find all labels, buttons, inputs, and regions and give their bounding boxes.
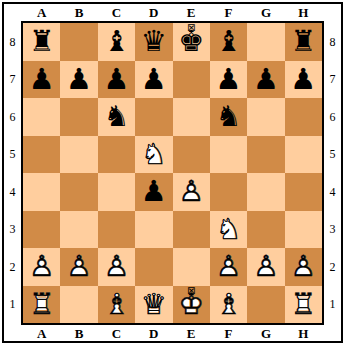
- square-f5[interactable]: [210, 136, 247, 174]
- black-piece-d7: ♟︎: [135, 61, 172, 99]
- black-piece-a8: ♜︎: [23, 23, 60, 61]
- file-label-a: A: [23, 325, 60, 341]
- white-piece-e1: ♔︎: [173, 286, 210, 324]
- square-g3[interactable]: [247, 211, 284, 249]
- black-piece-f7: ♟︎: [210, 61, 247, 99]
- black-piece-f8: ♝︎: [210, 23, 247, 61]
- square-e4[interactable]: ♟︎♙︎: [173, 173, 210, 211]
- white-k-piece-fill: ♚︎: [173, 286, 210, 324]
- square-e3[interactable]: [173, 211, 210, 249]
- square-a2[interactable]: ♟︎♙︎: [23, 248, 60, 286]
- square-c8[interactable]: ♝︎: [98, 23, 135, 61]
- file-label-e: E: [173, 4, 210, 21]
- square-g6[interactable]: [247, 98, 284, 136]
- file-label-f: F: [210, 325, 247, 341]
- file-label-d: D: [135, 325, 172, 341]
- square-a6[interactable]: [23, 98, 60, 136]
- file-label-f: F: [210, 4, 247, 21]
- king-marker-icon: ⊠: [187, 23, 195, 33]
- square-b2[interactable]: ♟︎♙︎: [60, 248, 97, 286]
- square-g8[interactable]: [247, 23, 284, 61]
- file-label-b: B: [60, 325, 97, 341]
- rank-label-2: 2: [324, 248, 341, 286]
- rank-labels-left: 87654321: [4, 21, 21, 325]
- square-c1[interactable]: ♝︎♗︎: [98, 286, 135, 324]
- square-h1[interactable]: ♜︎♖︎: [285, 286, 322, 324]
- file-label-b: B: [60, 4, 97, 21]
- white-piece-c1: ♗︎: [98, 286, 135, 324]
- square-f2[interactable]: ♟︎♙︎: [210, 248, 247, 286]
- rank-label-6: 6: [324, 98, 341, 136]
- square-f4[interactable]: [210, 173, 247, 211]
- black-piece-c6: ♞︎: [98, 98, 135, 136]
- square-b8[interactable]: [60, 23, 97, 61]
- file-labels-bottom: ABCDEFGH: [21, 325, 324, 341]
- file-label-h: H: [285, 325, 322, 341]
- white-b-piece-fill: ♝︎: [210, 286, 247, 324]
- rank-label-4: 4: [4, 173, 21, 211]
- square-a1[interactable]: ♜︎♖︎: [23, 286, 60, 324]
- black-piece-c7: ♟︎: [98, 61, 135, 99]
- square-a5[interactable]: [23, 136, 60, 174]
- square-g1[interactable]: [247, 286, 284, 324]
- square-c2[interactable]: ♟︎♙︎: [98, 248, 135, 286]
- white-p-piece-fill: ♟︎: [23, 248, 60, 286]
- rank-label-6: 6: [4, 98, 21, 136]
- white-piece-h2: ♙︎: [285, 248, 322, 286]
- white-r-piece-fill: ♜︎: [285, 286, 322, 324]
- file-label-g: G: [247, 325, 284, 341]
- square-a4[interactable]: [23, 173, 60, 211]
- white-piece-g2: ♙︎: [247, 248, 284, 286]
- rank-label-1: 1: [324, 286, 341, 324]
- white-b-piece-fill: ♝︎: [98, 286, 135, 324]
- rank-label-3: 3: [324, 211, 341, 249]
- file-label-a: A: [23, 4, 60, 21]
- square-b4[interactable]: [60, 173, 97, 211]
- black-piece-b7: ♟︎: [60, 61, 97, 99]
- white-piece-d5: ♘︎: [135, 136, 172, 174]
- file-label-g: G: [247, 4, 284, 21]
- black-piece-h8: ♜︎: [285, 23, 322, 61]
- chess-board: ♜︎♝︎♛︎♚︎⊠♝︎♜︎♟︎♟︎♟︎♟︎♟︎♟︎♟︎♞︎♞︎♞︎♘︎♟︎♟︎♙…: [21, 21, 324, 325]
- rank-label-7: 7: [4, 61, 21, 99]
- square-e6[interactable]: [173, 98, 210, 136]
- rank-label-4: 4: [324, 173, 341, 211]
- white-piece-h1: ♖︎: [285, 286, 322, 324]
- white-p-piece-fill: ♟︎: [173, 173, 210, 211]
- white-p-piece-fill: ♟︎: [210, 248, 247, 286]
- square-h6[interactable]: [285, 98, 322, 136]
- rank-label-8: 8: [324, 23, 341, 61]
- square-f8[interactable]: ♝︎: [210, 23, 247, 61]
- rank-label-1: 1: [4, 286, 21, 324]
- white-n-piece-fill: ♞︎: [135, 136, 172, 174]
- file-label-c: C: [98, 325, 135, 341]
- white-n-piece-fill: ♞︎: [210, 211, 247, 249]
- square-g7[interactable]: ♟︎: [247, 61, 284, 99]
- white-q-piece-fill: ♛︎: [135, 286, 172, 324]
- square-f6[interactable]: ♞︎: [210, 98, 247, 136]
- square-c6[interactable]: ♞︎: [98, 98, 135, 136]
- square-e5[interactable]: [173, 136, 210, 174]
- white-p-piece-fill: ♟︎: [98, 248, 135, 286]
- black-piece-d8: ♛︎: [135, 23, 172, 61]
- square-c4[interactable]: [98, 173, 135, 211]
- square-d5[interactable]: ♞︎♘︎: [135, 136, 172, 174]
- file-label-c: C: [98, 4, 135, 21]
- square-f1[interactable]: ♝︎♗︎: [210, 286, 247, 324]
- rank-labels-right: 87654321: [324, 21, 341, 325]
- square-f3[interactable]: ♞︎♘︎: [210, 211, 247, 249]
- rank-label-5: 5: [4, 136, 21, 174]
- black-piece-c8: ♝︎: [98, 23, 135, 61]
- square-b7[interactable]: ♟︎: [60, 61, 97, 99]
- black-piece-a7: ♟︎: [23, 61, 60, 99]
- square-b6[interactable]: [60, 98, 97, 136]
- white-piece-f1: ♗︎: [210, 286, 247, 324]
- square-d4[interactable]: ♟︎: [135, 173, 172, 211]
- square-e8[interactable]: ♚︎⊠: [173, 23, 210, 61]
- rank-label-5: 5: [324, 136, 341, 174]
- square-e7[interactable]: [173, 61, 210, 99]
- square-g5[interactable]: [247, 136, 284, 174]
- square-f7[interactable]: ♟︎: [210, 61, 247, 99]
- black-piece-g7: ♟︎: [247, 61, 284, 99]
- rank-label-7: 7: [324, 61, 341, 99]
- square-h2[interactable]: ♟︎♙︎: [285, 248, 322, 286]
- square-c5[interactable]: [98, 136, 135, 174]
- square-c7[interactable]: ♟︎: [98, 61, 135, 99]
- king-marker-icon: ⊠: [187, 286, 195, 296]
- square-b3[interactable]: [60, 211, 97, 249]
- white-piece-b2: ♙︎: [60, 248, 97, 286]
- white-piece-c2: ♙︎: [98, 248, 135, 286]
- black-piece-h7: ♟︎: [285, 61, 322, 99]
- square-g2[interactable]: ♟︎♙︎: [247, 248, 284, 286]
- square-g4[interactable]: [247, 173, 284, 211]
- rank-label-8: 8: [4, 23, 21, 61]
- file-label-e: E: [173, 325, 210, 341]
- file-label-d: D: [135, 4, 172, 21]
- square-d1[interactable]: ♛︎♕︎: [135, 286, 172, 324]
- rank-label-2: 2: [4, 248, 21, 286]
- square-d7[interactable]: ♟︎: [135, 61, 172, 99]
- black-piece-e8: ♚︎: [173, 23, 210, 61]
- square-c3[interactable]: [98, 211, 135, 249]
- square-a3[interactable]: [23, 211, 60, 249]
- white-piece-a2: ♙︎: [23, 248, 60, 286]
- white-piece-a1: ♖︎: [23, 286, 60, 324]
- square-d3[interactable]: [135, 211, 172, 249]
- square-a7[interactable]: ♟︎: [23, 61, 60, 99]
- square-h8[interactable]: ♜︎: [285, 23, 322, 61]
- square-h3[interactable]: [285, 211, 322, 249]
- square-d2[interactable]: [135, 248, 172, 286]
- white-piece-f2: ♙︎: [210, 248, 247, 286]
- square-b5[interactable]: [60, 136, 97, 174]
- black-piece-f6: ♞︎: [210, 98, 247, 136]
- square-b1[interactable]: [60, 286, 97, 324]
- white-p-piece-fill: ♟︎: [247, 248, 284, 286]
- square-h7[interactable]: ♟︎: [285, 61, 322, 99]
- white-piece-d1: ♕︎: [135, 286, 172, 324]
- square-e1[interactable]: ♚︎♔︎⊠: [173, 286, 210, 324]
- rank-label-3: 3: [4, 211, 21, 249]
- white-r-piece-fill: ♜︎: [23, 286, 60, 324]
- white-piece-f3: ♘︎: [210, 211, 247, 249]
- square-a8[interactable]: ♜︎: [23, 23, 60, 61]
- square-d6[interactable]: [135, 98, 172, 136]
- square-h5[interactable]: [285, 136, 322, 174]
- white-piece-e4: ♙︎: [173, 173, 210, 211]
- chess-diagram: ABCDEFGH 87654321 ♜︎♝︎♛︎♚︎⊠♝︎♜︎♟︎♟︎♟︎♟︎♟…: [2, 2, 343, 343]
- file-label-h: H: [285, 4, 322, 21]
- square-h4[interactable]: [285, 173, 322, 211]
- black-piece-d4: ♟︎: [135, 173, 172, 211]
- square-d8[interactable]: ♛︎: [135, 23, 172, 61]
- file-labels-top: ABCDEFGH: [21, 4, 324, 21]
- white-p-piece-fill: ♟︎: [285, 248, 322, 286]
- white-p-piece-fill: ♟︎: [60, 248, 97, 286]
- square-e2[interactable]: [173, 248, 210, 286]
